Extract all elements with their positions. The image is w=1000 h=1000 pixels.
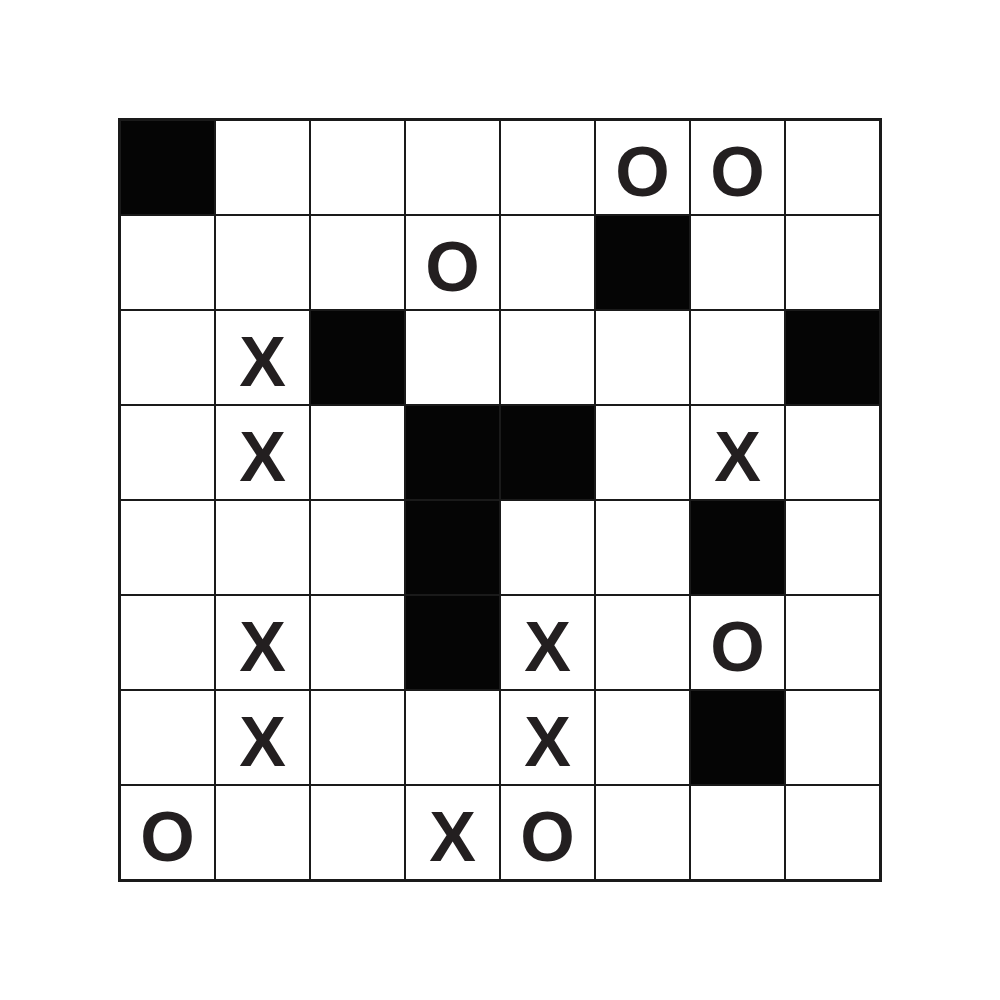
cell-r3c4[interactable] [406,311,499,404]
cell-r6c3[interactable] [311,596,404,689]
cell-r6c6[interactable] [596,596,689,689]
cell-r6c8[interactable] [786,596,879,689]
cell-r8c7[interactable] [691,786,784,879]
cell-r8c1[interactable]: O [121,786,214,879]
cell-r8c3[interactable] [311,786,404,879]
x-mark: X [429,802,476,872]
o-mark: O [140,802,194,872]
x-mark: X [239,707,286,777]
page-canvas: OOOXXXXXOXXOXO [0,0,1000,1000]
cell-r7c8[interactable] [786,691,879,784]
cell-r8c4[interactable]: X [406,786,499,879]
cell-r6c5[interactable]: X [501,596,594,689]
cell-r7c1[interactable] [121,691,214,784]
cell-r2c5[interactable] [501,216,594,309]
cell-r8c8[interactable] [786,786,879,879]
cell-r5c3[interactable] [311,501,404,594]
x-mark: X [524,707,571,777]
cell-r6c2[interactable]: X [216,596,309,689]
cell-r3c1[interactable] [121,311,214,404]
cell-r5c8[interactable] [786,501,879,594]
cell-r8c6[interactable] [596,786,689,879]
cell-r2c7[interactable] [691,216,784,309]
cell-r3c6[interactable] [596,311,689,404]
o-mark: O [710,137,764,207]
o-mark: O [425,232,479,302]
cell-r2c1[interactable] [121,216,214,309]
cell-r7c5[interactable]: X [501,691,594,784]
cell-r1c8[interactable] [786,121,879,214]
cell-r7c4[interactable] [406,691,499,784]
cell-r4c1[interactable] [121,406,214,499]
cell-r2c4[interactable]: O [406,216,499,309]
o-mark: O [710,612,764,682]
cell-r7c7-wall [691,691,784,784]
cell-r5c4-wall [406,501,499,594]
cell-r6c4-wall [406,596,499,689]
cell-r4c2[interactable]: X [216,406,309,499]
cell-r4c7[interactable]: X [691,406,784,499]
cell-r6c1[interactable] [121,596,214,689]
x-mark: X [524,612,571,682]
cell-r5c6[interactable] [596,501,689,594]
puzzle-board: OOOXXXXXOXXOXO [118,118,882,882]
cell-r4c6[interactable] [596,406,689,499]
cell-r5c5[interactable] [501,501,594,594]
cell-r3c2[interactable]: X [216,311,309,404]
cell-r3c7[interactable] [691,311,784,404]
x-mark: X [239,612,286,682]
cell-r1c4[interactable] [406,121,499,214]
o-mark: O [615,137,669,207]
cell-r5c1[interactable] [121,501,214,594]
cell-r5c7-wall [691,501,784,594]
cell-r4c8[interactable] [786,406,879,499]
cell-r1c5[interactable] [501,121,594,214]
cell-r2c8[interactable] [786,216,879,309]
x-mark: X [714,422,761,492]
cell-r7c6[interactable] [596,691,689,784]
cell-r8c5[interactable]: O [501,786,594,879]
cell-r3c8-wall [786,311,879,404]
cell-r4c4-wall [406,406,499,499]
cell-r6c7[interactable]: O [691,596,784,689]
o-mark: O [520,802,574,872]
cell-r1c6[interactable]: O [596,121,689,214]
cell-r7c2[interactable]: X [216,691,309,784]
cell-r2c2[interactable] [216,216,309,309]
cell-r5c2[interactable] [216,501,309,594]
cell-r2c3[interactable] [311,216,404,309]
x-mark: X [239,422,286,492]
cell-r1c7[interactable]: O [691,121,784,214]
cell-r1c2[interactable] [216,121,309,214]
cell-r1c1-wall [121,121,214,214]
cell-r3c3-wall [311,311,404,404]
cell-r8c2[interactable] [216,786,309,879]
cell-r3c5[interactable] [501,311,594,404]
cell-r1c3[interactable] [311,121,404,214]
cell-r4c3[interactable] [311,406,404,499]
x-mark: X [239,327,286,397]
cell-r2c6-wall [596,216,689,309]
cell-r4c5-wall [501,406,594,499]
cell-r7c3[interactable] [311,691,404,784]
